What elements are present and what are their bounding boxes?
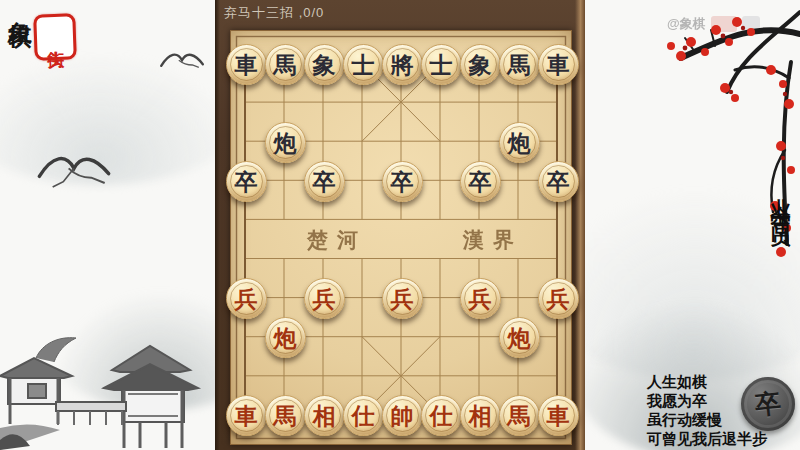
piece-char: 兵 (547, 287, 570, 310)
plum-blossom-painting (585, 0, 800, 280)
piece-black[interactable]: 卒 (538, 161, 579, 202)
pieces-layer: 車馬象士將士象馬車炮炮卒卒卒卒卒兵兵兵兵兵炮炮車馬相仕帥仕相馬車 (231, 31, 571, 444)
piece-black[interactable]: 象 (304, 44, 345, 85)
piece-black[interactable]: 卒 (226, 161, 267, 202)
piece-black[interactable]: 炮 (499, 122, 540, 163)
xiangqi-board[interactable]: 楚河 漢界 車馬象士將士象馬車炮炮卒卒卒卒卒兵兵兵兵兵炮炮車馬相仕帥仕相馬車 (230, 30, 572, 445)
piece-black[interactable]: 卒 (460, 161, 501, 202)
piece-char: 將 (391, 53, 414, 76)
channel-name-vertical: 业余守门员 (770, 183, 792, 218)
piece-black[interactable]: 炮 (265, 122, 306, 163)
piece-char: 馬 (274, 53, 297, 76)
piece-black[interactable]: 車 (226, 44, 267, 85)
piece-char: 車 (235, 404, 258, 427)
crane-icon (34, 146, 114, 196)
piece-char: 炮 (508, 131, 531, 154)
screenshot-stage: 象棋 街头 (0, 0, 800, 450)
piece-red[interactable]: 兵 (382, 278, 423, 319)
piece-red[interactable]: 兵 (538, 278, 579, 319)
piece-char: 馬 (508, 53, 531, 76)
piece-char: 兵 (391, 287, 414, 310)
piece-red[interactable]: 相 (304, 395, 345, 436)
piece-char: 炮 (274, 326, 297, 349)
crane-icon (158, 46, 206, 76)
left-decor-panel: 象棋 街头 (0, 0, 215, 450)
piece-char: 帥 (391, 404, 414, 427)
piece-char: 炮 (274, 131, 297, 154)
piece-char: 相 (469, 404, 492, 427)
puzzle-title-text: 弃马十三招 (224, 5, 294, 20)
piece-char: 馬 (274, 404, 297, 427)
piece-black[interactable]: 士 (343, 44, 384, 85)
piece-char: 兵 (313, 287, 336, 310)
piece-char: 仕 (352, 404, 375, 427)
piece-char: 卒 (235, 170, 258, 193)
puzzle-progress-counter: ,0/0 (299, 5, 325, 20)
piece-red[interactable]: 兵 (460, 278, 501, 319)
piece-char: 象 (313, 53, 336, 76)
game-capture-panel: 弃马十三招 ,0/0 楚河 漢界 車馬象士將士象馬車炮炮卒卒卒卒卒兵兵兵兵兵炮炮… (215, 0, 585, 450)
piece-char: 炮 (508, 326, 531, 349)
logo-calligraphy: 象棋 (8, 2, 32, 6)
piece-char: 士 (352, 53, 375, 76)
piece-black[interactable]: 車 (538, 44, 579, 85)
piece-char: 馬 (508, 404, 531, 427)
piece-char: 象 (469, 53, 492, 76)
piece-black[interactable]: 馬 (265, 44, 306, 85)
piece-red[interactable]: 仕 (343, 395, 384, 436)
puzzle-title: 弃马十三招 ,0/0 (224, 4, 324, 22)
piece-red[interactable]: 車 (538, 395, 579, 436)
piece-char: 卒 (391, 170, 414, 193)
piece-red[interactable]: 仕 (421, 395, 462, 436)
piece-char: 仕 (430, 404, 453, 427)
piece-red[interactable]: 炮 (499, 317, 540, 358)
piece-black[interactable]: 象 (460, 44, 501, 85)
piece-char: 卒 (469, 170, 492, 193)
piece-black[interactable]: 士 (421, 44, 462, 85)
piece-red[interactable]: 炮 (265, 317, 306, 358)
piece-char: 相 (313, 404, 336, 427)
piece-black[interactable]: 卒 (382, 161, 423, 202)
motto-line: 可曾见我后退半步 (647, 429, 799, 448)
piece-black[interactable]: 將 (382, 44, 423, 85)
piece-black[interactable]: 馬 (499, 44, 540, 85)
piece-char: 車 (547, 404, 570, 427)
pavilion-painting (0, 328, 215, 450)
piece-char: 士 (430, 53, 453, 76)
piece-char: 車 (235, 53, 258, 76)
piece-char: 兵 (469, 287, 492, 310)
logo-red-seal: 街头 (33, 13, 77, 60)
piece-red[interactable]: 兵 (304, 278, 345, 319)
piece-char: 卒 (313, 170, 336, 193)
piece-red[interactable]: 兵 (226, 278, 267, 319)
piece-red[interactable]: 車 (226, 395, 267, 436)
piece-char: 兵 (235, 287, 258, 310)
piece-red[interactable]: 帥 (382, 395, 423, 436)
right-decor-panel: @象棋 (585, 0, 800, 450)
piece-red[interactable]: 馬 (265, 395, 306, 436)
piece-char: 卒 (547, 170, 570, 193)
piece-red[interactable]: 相 (460, 395, 501, 436)
logo-seal-text: 街头 (47, 37, 64, 38)
piece-black[interactable]: 卒 (304, 161, 345, 202)
stone-soldier-piece: 卒 (741, 377, 795, 431)
piece-char: 車 (547, 53, 570, 76)
piece-red[interactable]: 馬 (499, 395, 540, 436)
app-logo: 象棋 街头 (8, 2, 78, 72)
stone-piece-char: 卒 (753, 385, 783, 423)
